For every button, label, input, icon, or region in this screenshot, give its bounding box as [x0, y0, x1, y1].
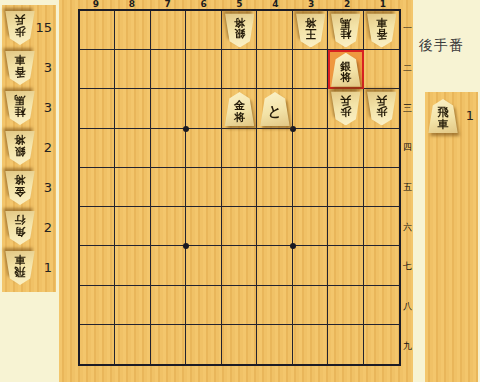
board-square-8二[interactable] — [115, 50, 150, 89]
shogi-board: 987654321 銀将王将桂馬香車銀将金将と歩兵歩兵 一二三四五六七八九 — [59, 0, 413, 382]
file-label: 3 — [293, 0, 329, 9]
board-square-2四[interactable] — [328, 129, 363, 168]
hand-piece-count: 3 — [44, 48, 52, 88]
shogi-piece[interactable]: 桂馬 — [5, 91, 35, 125]
board-square-6八[interactable] — [186, 286, 221, 325]
file-label: 2 — [329, 0, 365, 9]
board-square-5六[interactable] — [222, 207, 257, 246]
hand-piece-count: 3 — [44, 168, 52, 208]
piece-kanji: 銀 — [15, 146, 26, 158]
piece-face: 金将 — [224, 92, 254, 126]
piece-kanji: 将 — [340, 72, 351, 84]
board-square-2八[interactable] — [328, 286, 363, 325]
hand-piece-count: 15 — [35, 8, 52, 48]
gote-hand-entry[interactable]: 歩兵15 — [2, 8, 56, 48]
board-square-3九[interactable] — [293, 325, 328, 364]
file-label: 5 — [222, 0, 258, 9]
board-square-2六[interactable] — [328, 207, 363, 246]
board-square-9五[interactable] — [80, 168, 115, 207]
piece-kanji: 金 — [234, 100, 245, 112]
piece-kanji: 将 — [234, 17, 245, 29]
file-labels: 987654321 — [78, 0, 401, 9]
piece-kanji: と — [268, 104, 282, 119]
board-square-7四[interactable] — [151, 129, 186, 168]
board-square-9八[interactable] — [80, 286, 115, 325]
piece-kanji: 車 — [15, 254, 26, 266]
board-square-3二[interactable] — [293, 50, 328, 89]
board-square-3五[interactable] — [293, 168, 328, 207]
piece-face: 桂馬 — [331, 14, 361, 48]
shogi-piece[interactable]: 角行 — [5, 211, 35, 245]
piece-kanji: 兵 — [376, 95, 387, 107]
hoshi-dot — [183, 126, 189, 132]
file-label: 7 — [150, 0, 186, 9]
piece-kanji: 将 — [234, 112, 245, 124]
piece-kanji: 将 — [15, 134, 26, 146]
rank-label: 六 — [402, 207, 413, 247]
board-square-8七[interactable] — [115, 246, 150, 285]
rank-label: 八 — [402, 287, 413, 327]
board-square-1七[interactable] — [364, 246, 399, 285]
piece-kanji: 銀 — [234, 28, 245, 40]
board-square-9一[interactable] — [80, 11, 115, 50]
board-square-5九[interactable] — [222, 325, 257, 364]
board-square-9九[interactable] — [80, 325, 115, 364]
piece-face: 香車 — [5, 51, 35, 85]
shogi-piece[interactable]: 桂馬 — [328, 11, 363, 50]
shogi-piece[interactable]: 王将 — [293, 11, 328, 50]
piece-kanji: 桂 — [340, 28, 351, 40]
piece-face: 銀将 — [5, 131, 35, 165]
shogi-piece[interactable]: 飛車 — [5, 251, 35, 285]
shogi-piece[interactable]: 銀将 — [328, 50, 363, 89]
board-square-9三[interactable] — [80, 89, 115, 128]
piece-kanji: 歩 — [376, 107, 387, 119]
board-square-1九[interactable] — [364, 325, 399, 364]
piece-kanji: 香 — [376, 28, 387, 40]
board-square-6六[interactable] — [186, 207, 221, 246]
piece-kanji: 王 — [305, 28, 316, 40]
board-square-8一[interactable] — [115, 11, 150, 50]
shogi-app: 歩兵15香車3桂馬3銀将2金将3角行2飛車1 987654321 銀将王将桂馬香… — [0, 0, 480, 382]
board-square-8四[interactable] — [115, 129, 150, 168]
piece-kanji: 歩 — [15, 26, 26, 38]
rank-labels: 一二三四五六七八九 — [402, 9, 413, 366]
shogi-piece[interactable]: と — [257, 89, 292, 128]
file-label: 6 — [186, 0, 222, 9]
board-square-7五[interactable] — [151, 168, 186, 207]
gote-hand-entry[interactable]: 銀将2 — [2, 128, 56, 168]
board-square-5四[interactable] — [222, 129, 257, 168]
board-square-5八[interactable] — [222, 286, 257, 325]
rank-label: 一 — [402, 9, 413, 49]
piece-kanji: 車 — [438, 119, 449, 131]
board-square-6四[interactable] — [186, 129, 221, 168]
piece-face: 飛車 — [428, 99, 458, 133]
rank-label: 九 — [402, 326, 413, 366]
board-square-5七[interactable] — [222, 246, 257, 285]
file-label: 1 — [365, 0, 401, 9]
shogi-piece[interactable]: 銀将 — [222, 11, 257, 50]
board-square-9六[interactable] — [80, 207, 115, 246]
board-square-3八[interactable] — [293, 286, 328, 325]
board-square-4五[interactable] — [257, 168, 292, 207]
board-square-4七[interactable] — [257, 246, 292, 285]
board-square-6一[interactable] — [186, 11, 221, 50]
board-square-6二[interactable] — [186, 50, 221, 89]
turn-indicator: 後手番 — [419, 37, 464, 55]
piece-kanji: 金 — [15, 186, 26, 198]
gote-hand-tray: 歩兵15香車3桂馬3銀将2金将3角行2飛車1 — [2, 5, 56, 292]
board-square-7六[interactable] — [151, 207, 186, 246]
board-square-9四[interactable] — [80, 129, 115, 168]
piece-kanji: 飛 — [15, 266, 26, 278]
board-square-3七[interactable] — [293, 246, 328, 285]
rank-label: 四 — [402, 128, 413, 168]
piece-kanji: 歩 — [340, 107, 351, 119]
shogi-piece[interactable]: 金将 — [5, 171, 35, 205]
piece-kanji: 角 — [15, 226, 26, 238]
board-square-8六[interactable] — [115, 207, 150, 246]
board-square-1四[interactable] — [364, 129, 399, 168]
hoshi-dot — [183, 243, 189, 249]
board-square-5二[interactable] — [222, 50, 257, 89]
shogi-piece[interactable]: 銀将 — [5, 131, 35, 165]
board-square-8八[interactable] — [115, 286, 150, 325]
board-square-7三[interactable] — [151, 89, 186, 128]
board-square-2五[interactable] — [328, 168, 363, 207]
sente-hand-tray: 飛車1 — [425, 92, 478, 382]
shogi-piece[interactable]: 香車 — [364, 11, 399, 50]
board-grid: 銀将王将桂馬香車銀将金将と歩兵歩兵 — [78, 9, 401, 366]
board-square-7八[interactable] — [151, 286, 186, 325]
shogi-piece[interactable]: 香車 — [5, 51, 35, 85]
board-square-4八[interactable] — [257, 286, 292, 325]
rank-label: 五 — [402, 168, 413, 208]
piece-face: 歩兵 — [331, 92, 361, 126]
board-square-4九[interactable] — [257, 325, 292, 364]
board-square-4六[interactable] — [257, 207, 292, 246]
board-square-4二[interactable] — [257, 50, 292, 89]
piece-kanji: 将 — [305, 17, 316, 29]
piece-face: 歩兵 — [366, 92, 396, 126]
board-square-1八[interactable] — [364, 286, 399, 325]
board-square-1五[interactable] — [364, 168, 399, 207]
piece-kanji: 行 — [15, 214, 26, 226]
board-square-4一[interactable] — [257, 11, 292, 50]
piece-kanji: 車 — [15, 54, 26, 66]
hand-piece-count: 1 — [44, 248, 52, 288]
shogi-piece[interactable]: 金将 — [222, 89, 257, 128]
board-square-7二[interactable] — [151, 50, 186, 89]
board-square-3六[interactable] — [293, 207, 328, 246]
board-square-4四[interactable] — [257, 129, 292, 168]
board-square-6九[interactable] — [186, 325, 221, 364]
board-square-7九[interactable] — [151, 325, 186, 364]
board-square-1二[interactable] — [364, 50, 399, 89]
board-square-6七[interactable] — [186, 246, 221, 285]
board-square-8三[interactable] — [115, 89, 150, 128]
piece-face: 香車 — [366, 14, 396, 48]
piece-kanji: 馬 — [15, 94, 26, 106]
hand-piece-count: 2 — [44, 128, 52, 168]
hand-piece-count: 3 — [44, 88, 52, 128]
board-square-1六[interactable] — [364, 207, 399, 246]
piece-face: 角行 — [5, 211, 35, 245]
file-label: 9 — [78, 0, 114, 9]
gote-hand-entry[interactable]: 桂馬3 — [2, 88, 56, 128]
rank-label: 三 — [402, 88, 413, 128]
piece-kanji: 馬 — [340, 17, 351, 29]
piece-face: 金将 — [5, 171, 35, 205]
sente-hand-entry[interactable]: 飛車1 — [425, 96, 478, 136]
board-square-7一[interactable] — [151, 11, 186, 50]
hoshi-dot — [290, 243, 296, 249]
file-label: 8 — [114, 0, 150, 9]
gote-hand-entry[interactable]: 角行2 — [2, 208, 56, 248]
board-square-2九[interactable] — [328, 325, 363, 364]
gote-hand-entry[interactable]: 香車3 — [2, 48, 56, 88]
board-square-8九[interactable] — [115, 325, 150, 364]
board-square-8五[interactable] — [115, 168, 150, 207]
shogi-piece[interactable]: 歩兵 — [364, 89, 399, 128]
shogi-piece[interactable]: 歩兵 — [328, 89, 363, 128]
board-square-2七[interactable] — [328, 246, 363, 285]
piece-face: と — [260, 92, 290, 126]
piece-kanji: 兵 — [340, 95, 351, 107]
board-square-6三[interactable] — [186, 89, 221, 128]
piece-kanji: 香 — [15, 66, 26, 78]
piece-face: 王将 — [295, 14, 325, 48]
piece-face: 飛車 — [5, 251, 35, 285]
piece-face: 歩兵 — [5, 11, 35, 45]
board-square-3四[interactable] — [293, 129, 328, 168]
board-square-9二[interactable] — [80, 50, 115, 89]
piece-face: 銀将 — [224, 14, 254, 48]
piece-kanji: 桂 — [15, 106, 26, 118]
piece-kanji: 車 — [376, 17, 387, 29]
piece-kanji: 兵 — [15, 14, 26, 26]
piece-kanji: 飛 — [438, 107, 449, 119]
shogi-piece[interactable]: 飛車 — [428, 99, 458, 133]
board-square-6五[interactable] — [186, 168, 221, 207]
board-square-7七[interactable] — [151, 246, 186, 285]
hand-piece-count: 1 — [466, 96, 474, 136]
shogi-piece[interactable]: 歩兵 — [5, 11, 35, 45]
gote-hand-entry[interactable]: 飛車1 — [2, 248, 56, 288]
board-square-3三[interactable] — [293, 89, 328, 128]
file-label: 4 — [257, 0, 293, 9]
rank-label: 七 — [402, 247, 413, 287]
board-square-9七[interactable] — [80, 246, 115, 285]
board-square-5五[interactable] — [222, 168, 257, 207]
gote-hand-entry[interactable]: 金将3 — [2, 168, 56, 208]
rank-label: 二 — [402, 49, 413, 89]
hand-piece-count: 2 — [44, 208, 52, 248]
piece-face: 桂馬 — [5, 91, 35, 125]
piece-face: 銀将 — [331, 53, 361, 87]
piece-kanji: 将 — [15, 174, 26, 186]
